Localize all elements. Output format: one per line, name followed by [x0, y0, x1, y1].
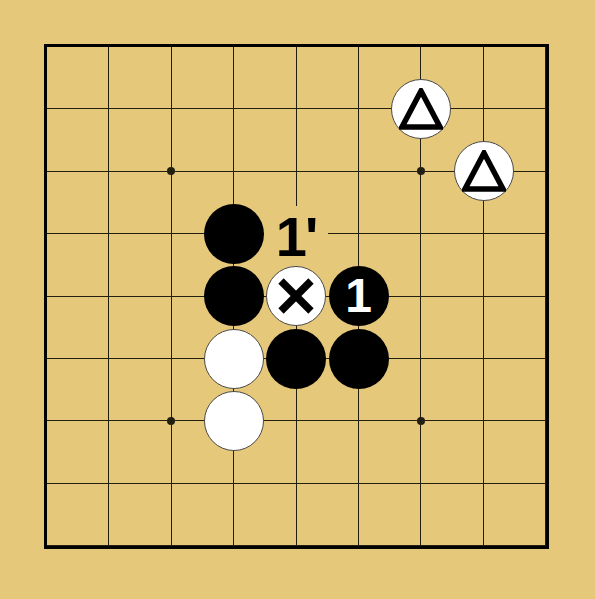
grid-cell	[296, 108, 358, 170]
grid-cell	[483, 420, 545, 482]
hoshi-point	[417, 417, 425, 425]
grid-cell	[296, 483, 358, 545]
stone-black[interactable]	[204, 266, 264, 326]
triangle-mark-icon	[399, 88, 443, 130]
grid-cell	[46, 46, 108, 108]
grid-cell	[46, 108, 108, 170]
stone-white-x[interactable]	[266, 266, 326, 326]
grid-cell	[108, 233, 170, 295]
grid-cell	[420, 358, 482, 420]
grid-cell	[483, 296, 545, 358]
stone-white-triangle[interactable]	[391, 79, 451, 139]
grid-cell	[420, 483, 482, 545]
stone-number-label: 1	[345, 266, 372, 326]
grid-cell	[46, 233, 108, 295]
grid-cell	[483, 483, 545, 545]
grid-cell	[233, 108, 295, 170]
grid-cell	[483, 358, 545, 420]
go-diagram: 1' 1	[0, 0, 595, 599]
triangle-mark-icon	[462, 150, 506, 192]
x-mark-icon	[274, 274, 318, 318]
grid-cell	[420, 296, 482, 358]
move-annotation-label: 1'	[264, 206, 328, 266]
stone-white-triangle[interactable]	[454, 141, 514, 201]
grid-cell	[108, 296, 170, 358]
grid-cell	[46, 358, 108, 420]
stone-black[interactable]	[204, 204, 264, 264]
grid-cell	[358, 171, 420, 233]
grid-cell	[108, 420, 170, 482]
grid-cell	[108, 358, 170, 420]
grid-cell	[358, 420, 420, 482]
stone-black[interactable]	[329, 329, 389, 389]
hoshi-point	[417, 167, 425, 175]
hoshi-point	[167, 167, 175, 175]
stone-white[interactable]	[204, 391, 264, 451]
grid-cell	[108, 171, 170, 233]
grid-cell	[358, 483, 420, 545]
grid-cell	[108, 108, 170, 170]
stone-black-move1[interactable]: 1	[329, 266, 389, 326]
grid-cell	[233, 483, 295, 545]
stone-black[interactable]	[266, 329, 326, 389]
grid-cell	[46, 171, 108, 233]
grid-cell	[483, 233, 545, 295]
hoshi-point	[167, 417, 175, 425]
grid-cell	[296, 46, 358, 108]
grid-cell	[483, 46, 545, 108]
grid-cell	[46, 296, 108, 358]
stone-white[interactable]	[204, 329, 264, 389]
grid-cell	[108, 46, 170, 108]
grid-cell	[171, 108, 233, 170]
grid-cell	[171, 483, 233, 545]
grid-cell	[108, 483, 170, 545]
grid-cell	[46, 420, 108, 482]
grid-cell	[46, 483, 108, 545]
grid-cell	[296, 420, 358, 482]
grid-cell	[171, 46, 233, 108]
grid-cell	[420, 233, 482, 295]
grid-cell	[233, 46, 295, 108]
grid-cell	[420, 420, 482, 482]
